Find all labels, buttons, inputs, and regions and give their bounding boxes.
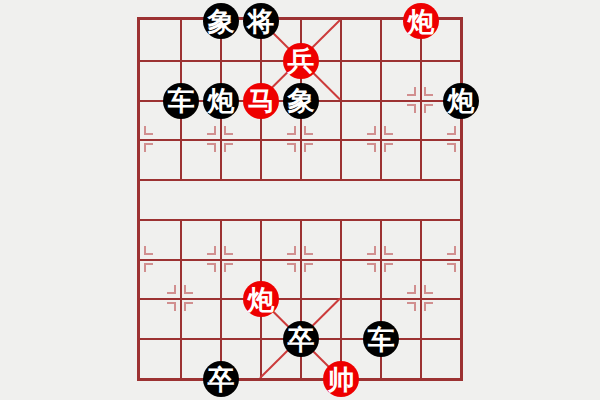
piece-red-general[interactable]: 帅 xyxy=(323,361,359,397)
point-marker xyxy=(287,263,296,272)
board-cell xyxy=(420,179,460,219)
point-marker xyxy=(384,143,393,152)
point-marker xyxy=(367,126,376,135)
piece-red-soldier[interactable]: 兵 xyxy=(283,43,319,79)
board-cell xyxy=(220,179,260,219)
board-cell xyxy=(380,179,420,219)
piece-black-chariot[interactable]: 车 xyxy=(363,321,399,357)
point-marker xyxy=(384,263,393,272)
point-marker xyxy=(424,285,433,294)
piece-black-cannon[interactable]: 炮 xyxy=(443,83,479,119)
point-marker xyxy=(207,126,216,135)
point-marker xyxy=(304,143,313,152)
point-marker xyxy=(447,126,456,135)
point-marker xyxy=(367,143,376,152)
board-cell xyxy=(420,338,460,378)
point-marker xyxy=(224,246,233,255)
piece-red-cannon[interactable]: 炮 xyxy=(243,281,279,317)
xiangqi-board[interactable]: 象将炮兵车炮马象炮炮卒车卒帅 xyxy=(140,20,460,378)
piece-black-general[interactable]: 将 xyxy=(243,3,279,39)
point-marker xyxy=(424,302,433,311)
board-cell xyxy=(340,20,380,60)
piece-black-soldier[interactable]: 卒 xyxy=(203,361,239,397)
point-marker xyxy=(447,143,456,152)
piece-black-elephant[interactable]: 象 xyxy=(283,83,319,119)
board-cell xyxy=(140,338,180,378)
point-marker xyxy=(287,246,296,255)
point-marker xyxy=(224,263,233,272)
point-marker xyxy=(144,246,153,255)
board-cell xyxy=(340,60,380,100)
point-marker xyxy=(384,126,393,135)
piece-black-chariot[interactable]: 车 xyxy=(163,83,199,119)
point-marker xyxy=(207,246,216,255)
board-cell xyxy=(340,179,380,219)
point-marker xyxy=(367,263,376,272)
point-marker xyxy=(304,263,313,272)
point-marker xyxy=(224,126,233,135)
point-marker xyxy=(144,263,153,272)
piece-red-horse[interactable]: 马 xyxy=(243,83,279,119)
point-marker xyxy=(424,87,433,96)
point-marker xyxy=(407,302,416,311)
point-marker xyxy=(207,143,216,152)
point-marker xyxy=(304,126,313,135)
point-marker xyxy=(367,246,376,255)
board-cell xyxy=(140,179,180,219)
board-cell xyxy=(140,20,180,60)
point-marker xyxy=(447,246,456,255)
piece-black-cannon[interactable]: 炮 xyxy=(203,83,239,119)
piece-black-soldier[interactable]: 卒 xyxy=(283,321,319,357)
piece-red-cannon[interactable]: 炮 xyxy=(403,3,439,39)
point-marker xyxy=(184,302,193,311)
point-marker xyxy=(287,126,296,135)
point-marker xyxy=(304,246,313,255)
point-marker xyxy=(144,126,153,135)
point-marker xyxy=(384,246,393,255)
board-cell xyxy=(180,179,220,219)
point-marker xyxy=(167,302,176,311)
point-marker xyxy=(184,285,193,294)
point-marker xyxy=(224,143,233,152)
point-marker xyxy=(144,143,153,152)
board-cell xyxy=(300,179,340,219)
point-marker xyxy=(447,263,456,272)
point-marker xyxy=(407,285,416,294)
point-marker xyxy=(207,263,216,272)
piece-black-elephant[interactable]: 象 xyxy=(203,3,239,39)
board-cell xyxy=(260,179,300,219)
xiangqi-diagram: 象将炮兵车炮马象炮炮卒车卒帅 xyxy=(0,0,600,400)
point-marker xyxy=(407,87,416,96)
point-marker xyxy=(407,104,416,113)
point-marker xyxy=(167,285,176,294)
point-marker xyxy=(424,104,433,113)
point-marker xyxy=(287,143,296,152)
